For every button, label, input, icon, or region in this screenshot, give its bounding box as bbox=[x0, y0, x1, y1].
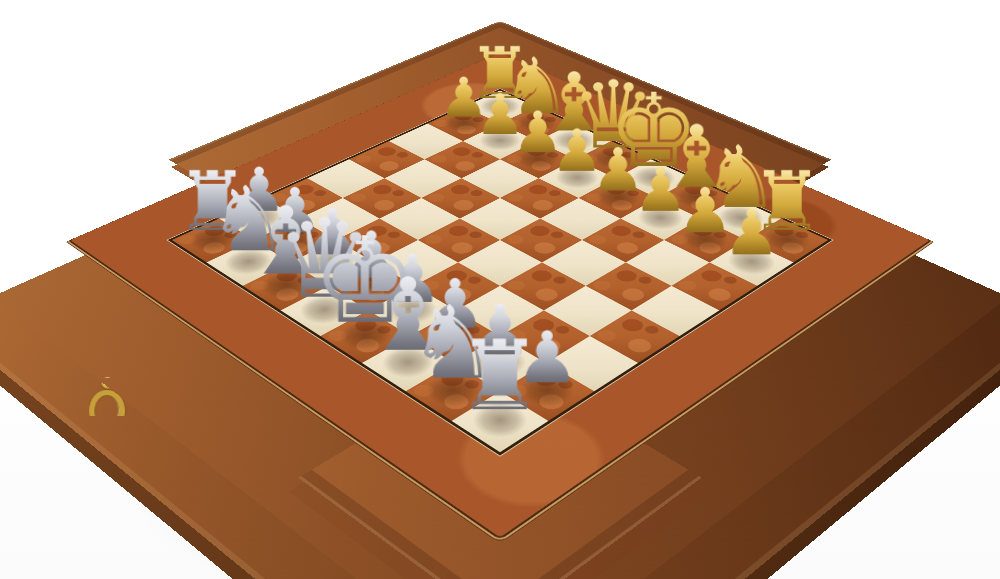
ring-pull-mount bbox=[101, 377, 113, 389]
photo-scene: ♜♞♝♛♚♝♞♜♟♟♟♟♟♟♟♟♟♟♟♟♟♟♟♟♜♞♝♛♚♝♞♜ bbox=[0, 0, 1000, 579]
piece-glyph: ♜ bbox=[429, 331, 571, 420]
perspective-stage: ♜♞♝♛♚♝♞♜♟♟♟♟♟♟♟♟♟♟♟♟♟♟♟♟♜♞♝♛♚♝♞♜ bbox=[0, 0, 1000, 579]
piece-glyph: ♟ bbox=[690, 204, 813, 262]
